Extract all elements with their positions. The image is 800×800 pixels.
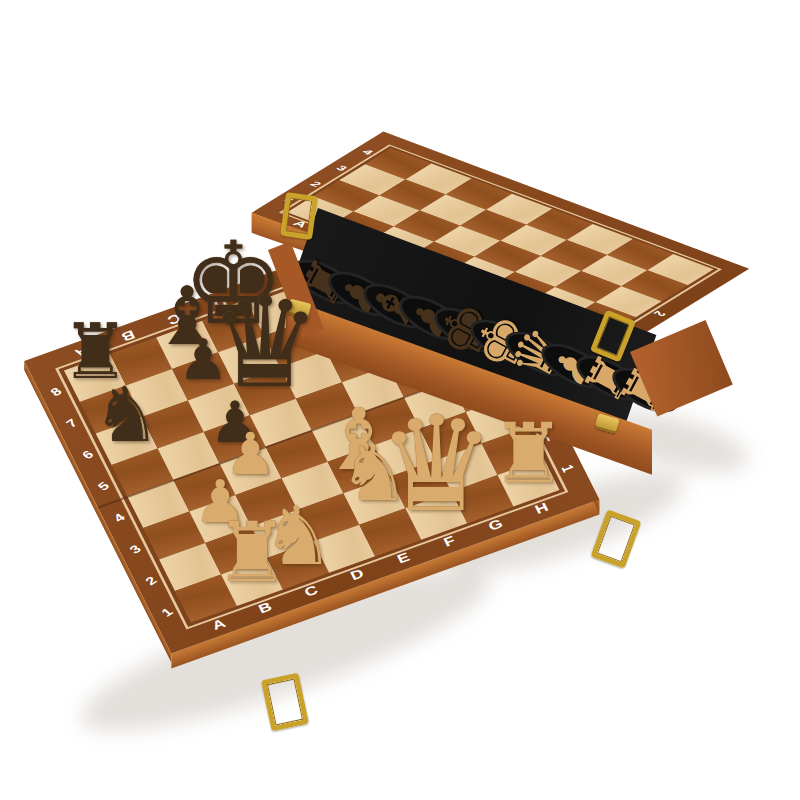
lid-square-r4-a bbox=[365, 148, 431, 179]
file-label-near-D: D bbox=[348, 566, 366, 583]
lid-square-r1-a bbox=[287, 196, 353, 227]
chessboard: ABCDEFGHABCD1234567812 bbox=[24, 207, 599, 653]
lid-square-r2-f bbox=[515, 256, 581, 287]
lid-rank-label-left-1: 1 bbox=[281, 196, 298, 205]
tray-slot-8 bbox=[538, 339, 609, 394]
file-label-near-B: B bbox=[256, 599, 274, 616]
lid-square-r3-a bbox=[339, 164, 405, 195]
rank-label-left-6: 6 bbox=[79, 448, 97, 462]
brass-latch-lid-right bbox=[590, 310, 636, 363]
case-shadow bbox=[596, 401, 753, 484]
lid-file-label-B: B bbox=[330, 234, 351, 244]
lid-file-label-A: A bbox=[290, 219, 311, 229]
file-label-far-C: C bbox=[165, 310, 183, 327]
lid-square-r2-e bbox=[474, 241, 540, 272]
lid-square-r2-a bbox=[313, 180, 379, 211]
lid-rank-label-right-1: 1 bbox=[624, 325, 644, 334]
lid-square-r3-h bbox=[621, 270, 687, 301]
lid-square-r3-d bbox=[460, 210, 526, 241]
file-label-far-A: A bbox=[73, 344, 91, 361]
lid-rank-label-left-4: 4 bbox=[359, 148, 376, 157]
lid-square-r4-c bbox=[446, 179, 512, 210]
tray-slot-10 bbox=[609, 363, 680, 418]
tray-piece-light-pawn-11: ♟ bbox=[647, 329, 690, 371]
lid-file-label-H: H bbox=[572, 325, 593, 335]
rank-label-left-4: 4 bbox=[111, 511, 129, 525]
tray-piece-light-pawn-8: ♟ bbox=[545, 338, 602, 393]
lid-square-r4-f bbox=[567, 224, 633, 255]
lid-square-r3-f bbox=[541, 240, 607, 271]
tray-piece-light-rook-9: ♜ bbox=[575, 345, 643, 411]
brass-latch-lid-left bbox=[280, 192, 318, 240]
lid-rank-label-left-3: 3 bbox=[333, 164, 350, 173]
lid-square-r2-h bbox=[595, 286, 661, 317]
lid-square-r1-g bbox=[529, 287, 595, 318]
file-label-far-D: D bbox=[211, 294, 229, 311]
lid-square-r3-b bbox=[379, 179, 445, 210]
lid-square-r3-g bbox=[581, 255, 647, 286]
lid-square-r2-g bbox=[555, 271, 621, 302]
file-label-near-A: A bbox=[210, 616, 228, 633]
tray-slot-9 bbox=[574, 351, 645, 406]
lid-square-r4-e bbox=[526, 209, 592, 240]
product-photo: ABCDEFGHABCD1234567812 ABCDEFGH123412 ♜♟… bbox=[0, 0, 800, 800]
lid-rank-label-left-2: 2 bbox=[307, 180, 324, 189]
rank-label-left-8: 8 bbox=[47, 385, 65, 399]
file-label-near-C: C bbox=[302, 583, 320, 600]
lid-rank-label-right-2: 2 bbox=[650, 309, 670, 318]
case-right-end bbox=[630, 320, 733, 416]
lid-square-r1-h bbox=[569, 302, 635, 333]
lid-square-r3-e bbox=[500, 225, 566, 256]
rank-label-left-5: 5 bbox=[95, 480, 113, 494]
rank-label-left-7: 7 bbox=[63, 417, 81, 431]
lid-square-r4-g bbox=[607, 239, 673, 270]
lid-square-r4-d bbox=[486, 194, 552, 225]
file-label-near-H: H bbox=[532, 500, 550, 517]
rank-label-right-1: 1 bbox=[557, 463, 577, 475]
rank-label-left-2: 2 bbox=[142, 574, 160, 588]
lid-square-r4-b bbox=[405, 163, 471, 194]
rank-label-right-2: 2 bbox=[541, 431, 561, 443]
file-label-far-B: B bbox=[119, 327, 137, 344]
file-label-near-G: G bbox=[486, 516, 505, 534]
lid-file-label-G: G bbox=[531, 310, 553, 321]
file-label-near-E: E bbox=[395, 550, 412, 567]
rank-label-left-3: 3 bbox=[127, 543, 145, 557]
file-label-near-F: F bbox=[441, 533, 458, 550]
lid-square-r1-f bbox=[489, 272, 555, 303]
rank-label-left-1: 1 bbox=[158, 606, 176, 620]
lid-square-r4-h bbox=[647, 254, 713, 285]
